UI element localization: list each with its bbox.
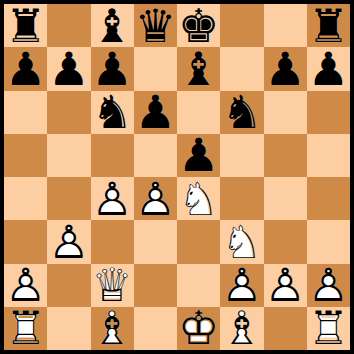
square-a5[interactable] (4, 134, 47, 177)
square-c1[interactable]: ♝♗ (91, 307, 134, 350)
square-f5[interactable] (220, 134, 263, 177)
white-queen: ♛♕ (92, 264, 133, 307)
square-g5[interactable] (264, 134, 307, 177)
square-g3[interactable] (264, 220, 307, 263)
square-g6[interactable] (264, 91, 307, 134)
square-f2[interactable]: ♟♙ (220, 264, 263, 307)
square-a2[interactable]: ♟♙ (4, 264, 47, 307)
black-pawn: ♟ (308, 47, 349, 90)
square-a6[interactable] (4, 91, 47, 134)
square-h6[interactable] (307, 91, 350, 134)
white-pawn: ♟♙ (48, 220, 89, 263)
square-b7[interactable]: ♟ (47, 47, 90, 90)
square-d6[interactable]: ♟ (134, 91, 177, 134)
black-rook: ♜ (5, 4, 46, 47)
square-d3[interactable] (134, 220, 177, 263)
square-h3[interactable] (307, 220, 350, 263)
square-h7[interactable]: ♟ (307, 47, 350, 90)
white-pawn: ♟♙ (265, 264, 306, 307)
square-c2[interactable]: ♛♕ (91, 264, 134, 307)
square-b1[interactable] (47, 307, 90, 350)
square-d7[interactable] (134, 47, 177, 90)
square-d2[interactable] (134, 264, 177, 307)
square-f7[interactable] (220, 47, 263, 90)
square-e4[interactable]: ♞♘ (177, 177, 220, 220)
square-f4[interactable] (220, 177, 263, 220)
square-b2[interactable] (47, 264, 90, 307)
square-e5[interactable]: ♟ (177, 134, 220, 177)
white-pawn: ♟♙ (92, 177, 133, 220)
square-c8[interactable]: ♝ (91, 4, 134, 47)
square-c7[interactable]: ♟ (91, 47, 134, 90)
square-h4[interactable] (307, 177, 350, 220)
square-h2[interactable]: ♟♙ (307, 264, 350, 307)
square-e2[interactable] (177, 264, 220, 307)
square-g8[interactable] (264, 4, 307, 47)
square-e8[interactable]: ♚ (177, 4, 220, 47)
square-f6[interactable]: ♞ (220, 91, 263, 134)
black-knight: ♞ (92, 91, 133, 134)
square-g7[interactable]: ♟ (264, 47, 307, 90)
square-b8[interactable] (47, 4, 90, 47)
square-d8[interactable]: ♛ (134, 4, 177, 47)
white-pawn: ♟♙ (135, 177, 176, 220)
square-b3[interactable]: ♟♙ (47, 220, 90, 263)
square-c5[interactable] (91, 134, 134, 177)
square-a7[interactable]: ♟ (4, 47, 47, 90)
black-rook: ♜ (308, 4, 349, 47)
square-c3[interactable] (91, 220, 134, 263)
square-e1[interactable]: ♚♔ (177, 307, 220, 350)
square-f3[interactable]: ♞♘ (220, 220, 263, 263)
black-bishop: ♝ (178, 47, 219, 90)
white-pawn: ♟♙ (221, 264, 262, 307)
white-king: ♚♔ (178, 307, 219, 350)
black-pawn: ♟ (92, 47, 133, 90)
black-knight: ♞ (221, 91, 262, 134)
black-pawn: ♟ (5, 47, 46, 90)
black-bishop: ♝ (92, 4, 133, 47)
square-e6[interactable] (177, 91, 220, 134)
square-c6[interactable]: ♞ (91, 91, 134, 134)
square-b6[interactable] (47, 91, 90, 134)
square-c4[interactable]: ♟♙ (91, 177, 134, 220)
black-king: ♚ (178, 4, 219, 47)
square-a8[interactable]: ♜ (4, 4, 47, 47)
square-g1[interactable] (264, 307, 307, 350)
square-d4[interactable]: ♟♙ (134, 177, 177, 220)
white-rook: ♜♖ (308, 307, 349, 350)
square-h5[interactable] (307, 134, 350, 177)
square-b4[interactable] (47, 177, 90, 220)
square-a1[interactable]: ♜♖ (4, 307, 47, 350)
white-knight: ♞♘ (221, 220, 262, 263)
chess-board: ♜♝♛♚♜♟♟♟♝♟♟♞♟♞♟♟♙♟♙♞♘♟♙♞♘♟♙♛♕♟♙♟♙♟♙♜♖♝♗♚… (0, 0, 354, 354)
square-a3[interactable] (4, 220, 47, 263)
black-pawn: ♟ (178, 134, 219, 177)
square-a4[interactable] (4, 177, 47, 220)
white-knight: ♞♘ (178, 177, 219, 220)
square-h8[interactable]: ♜ (307, 4, 350, 47)
square-e3[interactable] (177, 220, 220, 263)
square-d1[interactable] (134, 307, 177, 350)
white-bishop: ♝♗ (92, 307, 133, 350)
black-pawn: ♟ (265, 47, 306, 90)
square-g4[interactable] (264, 177, 307, 220)
black-queen: ♛ (135, 4, 176, 47)
white-bishop: ♝♗ (221, 307, 262, 350)
square-d5[interactable] (134, 134, 177, 177)
square-f1[interactable]: ♝♗ (220, 307, 263, 350)
black-pawn: ♟ (48, 47, 89, 90)
square-b5[interactable] (47, 134, 90, 177)
white-rook: ♜♖ (5, 307, 46, 350)
black-pawn: ♟ (135, 91, 176, 134)
square-e7[interactable]: ♝ (177, 47, 220, 90)
white-pawn: ♟♙ (5, 264, 46, 307)
square-g2[interactable]: ♟♙ (264, 264, 307, 307)
square-h1[interactable]: ♜♖ (307, 307, 350, 350)
square-f8[interactable] (220, 4, 263, 47)
white-pawn: ♟♙ (308, 264, 349, 307)
